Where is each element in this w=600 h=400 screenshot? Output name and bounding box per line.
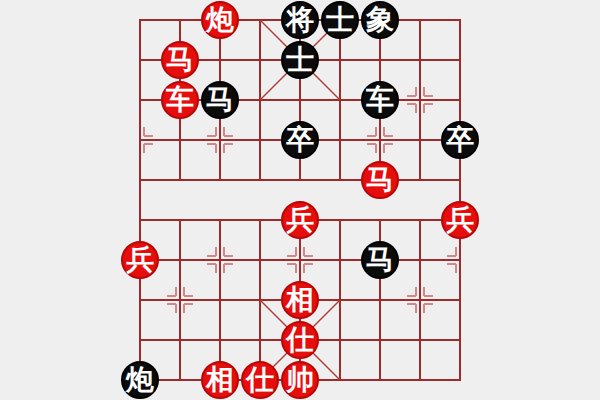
piece-black-horse[interactable]: 马 — [201, 81, 239, 119]
piece-red-cannon[interactable]: 炮 — [201, 1, 239, 39]
xiangqi-board[interactable]: 炮将士象马士车马车卒卒马兵兵兵马相仕炮相仕帅 — [120, 0, 480, 400]
piece-red-elephant[interactable]: 相 — [201, 361, 239, 399]
piece-black-soldier[interactable]: 卒 — [441, 121, 479, 159]
piece-red-horse[interactable]: 马 — [361, 161, 399, 199]
piece-black-elephant[interactable]: 象 — [361, 1, 399, 39]
piece-black-advisor[interactable]: 士 — [281, 41, 319, 79]
piece-red-horse[interactable]: 马 — [161, 41, 199, 79]
piece-red-soldier[interactable]: 兵 — [441, 201, 479, 239]
piece-black-chariot[interactable]: 车 — [361, 81, 399, 119]
xiangqi-app: 炮将士象马士车马车卒卒马兵兵兵马相仕炮相仕帅 — [0, 0, 600, 400]
piece-red-soldier[interactable]: 兵 — [281, 201, 319, 239]
piece-red-advisor[interactable]: 仕 — [241, 361, 279, 399]
piece-red-soldier[interactable]: 兵 — [121, 241, 159, 279]
piece-black-advisor[interactable]: 士 — [321, 1, 359, 39]
piece-red-general[interactable]: 帅 — [281, 361, 319, 399]
piece-black-soldier[interactable]: 卒 — [281, 121, 319, 159]
piece-black-general[interactable]: 将 — [281, 1, 319, 39]
piece-red-chariot[interactable]: 车 — [161, 81, 199, 119]
piece-black-cannon[interactable]: 炮 — [121, 361, 159, 399]
piece-black-horse[interactable]: 马 — [361, 241, 399, 279]
piece-red-advisor[interactable]: 仕 — [281, 321, 319, 359]
piece-red-elephant[interactable]: 相 — [281, 281, 319, 319]
